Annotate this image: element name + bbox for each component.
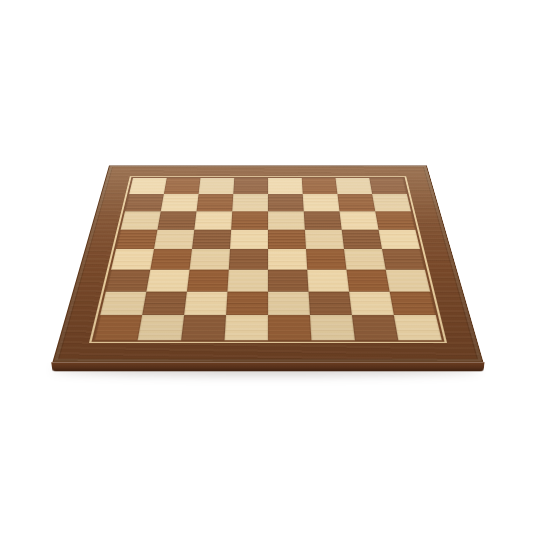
square-h1	[394, 315, 442, 340]
square-a5	[116, 230, 157, 249]
square-f7	[303, 194, 340, 211]
square-b1	[138, 315, 184, 340]
square-b6	[157, 211, 196, 229]
board-front-edge	[51, 362, 485, 371]
square-g5	[342, 230, 382, 249]
square-h8	[369, 178, 407, 194]
square-c2	[184, 292, 227, 316]
square-g2	[349, 292, 394, 316]
square-e3	[268, 270, 309, 292]
playing-area	[94, 178, 442, 340]
square-d1	[225, 315, 268, 340]
square-e6	[268, 211, 305, 229]
square-c3	[187, 270, 229, 292]
square-e2	[268, 292, 310, 316]
square-c7	[196, 194, 233, 211]
square-f3	[307, 270, 349, 292]
square-a7	[125, 194, 164, 211]
square-g7	[337, 194, 375, 211]
square-a8	[129, 178, 167, 194]
square-c4	[190, 249, 230, 270]
square-d3	[227, 270, 268, 292]
square-f8	[302, 178, 338, 194]
square-b3	[146, 270, 189, 292]
square-d5	[230, 230, 268, 249]
square-f5	[305, 230, 344, 249]
square-f1	[310, 315, 355, 340]
perspective-stage	[85, 66, 451, 432]
square-e5	[268, 230, 306, 249]
square-d4	[229, 249, 268, 270]
square-e4	[268, 249, 307, 270]
square-a4	[111, 249, 154, 270]
square-d8	[233, 178, 268, 194]
square-h5	[379, 230, 420, 249]
square-h4	[382, 249, 425, 270]
square-g6	[340, 211, 379, 229]
square-h3	[386, 270, 430, 292]
chess-board	[52, 165, 483, 362]
square-b7	[161, 194, 199, 211]
square-d7	[232, 194, 268, 211]
board-frame	[52, 165, 483, 362]
inlay-pinstripe	[89, 176, 447, 343]
square-g4	[344, 249, 386, 270]
square-e1	[268, 315, 311, 340]
square-f2	[309, 292, 352, 316]
square-c6	[194, 211, 232, 229]
square-g8	[336, 178, 373, 194]
square-h6	[375, 211, 415, 229]
square-c5	[192, 230, 231, 249]
square-f4	[306, 249, 346, 270]
square-g1	[352, 315, 398, 340]
square-e7	[268, 194, 304, 211]
square-c1	[181, 315, 226, 340]
square-a1	[94, 315, 142, 340]
square-b5	[154, 230, 194, 249]
square-g3	[346, 270, 389, 292]
square-h2	[390, 292, 436, 316]
square-c8	[199, 178, 235, 194]
square-a2	[100, 292, 146, 316]
square-d6	[231, 211, 268, 229]
square-b4	[150, 249, 192, 270]
square-b8	[164, 178, 201, 194]
square-b2	[142, 292, 187, 316]
product-photo	[0, 0, 533, 533]
square-e8	[268, 178, 303, 194]
square-h7	[372, 194, 411, 211]
square-a6	[121, 211, 161, 229]
square-a3	[106, 270, 150, 292]
square-f6	[304, 211, 342, 229]
square-d2	[226, 292, 268, 316]
